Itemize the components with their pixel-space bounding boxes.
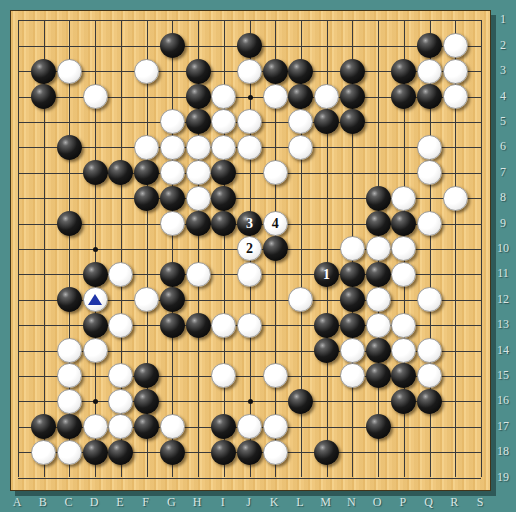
go-board[interactable]: 3421 [10, 10, 491, 491]
white-stone-R8 [443, 186, 468, 211]
black-stone-O9 [366, 211, 391, 236]
white-stone-J17 [237, 414, 262, 439]
column-label-F: F [136, 495, 156, 510]
black-stone-I8 [211, 186, 236, 211]
white-stone-F6 [134, 135, 159, 160]
black-stone-P16 [391, 389, 416, 414]
white-stone-I13 [211, 313, 236, 338]
white-stone-K15 [263, 363, 288, 388]
black-stone-C9 [57, 211, 82, 236]
white-stone-C18 [57, 440, 82, 465]
black-stone-C6 [57, 135, 82, 160]
black-stone-N5 [340, 109, 365, 134]
column-label-I: I [213, 495, 233, 510]
row-label-19: 19 [492, 470, 514, 485]
white-stone-J10-move-2: 2 [237, 236, 262, 261]
black-stone-K10 [263, 236, 288, 261]
black-stone-O11 [366, 262, 391, 287]
black-stone-I18 [211, 440, 236, 465]
white-stone-L5 [288, 109, 313, 134]
white-stone-P14 [391, 338, 416, 363]
black-stone-H3 [186, 59, 211, 84]
white-stone-O13 [366, 313, 391, 338]
white-stone-I5 [211, 109, 236, 134]
white-stone-J3 [237, 59, 262, 84]
black-stone-J18 [237, 440, 262, 465]
row-label-1: 1 [492, 12, 514, 27]
white-stone-F12 [134, 287, 159, 312]
black-stone-M14 [314, 338, 339, 363]
white-stone-C3 [57, 59, 82, 84]
black-stone-L16 [288, 389, 313, 414]
white-stone-M4 [314, 84, 339, 109]
white-stone-Q6 [417, 135, 442, 160]
black-stone-N13 [340, 313, 365, 338]
row-label-11: 11 [492, 266, 514, 281]
black-stone-P3 [391, 59, 416, 84]
black-stone-G18 [160, 440, 185, 465]
white-stone-L12 [288, 287, 313, 312]
black-stone-E7 [108, 160, 133, 185]
black-stone-Q16 [417, 389, 442, 414]
white-stone-K7 [263, 160, 288, 185]
white-stone-H11 [186, 262, 211, 287]
white-stone-C16 [57, 389, 82, 414]
column-label-R: R [444, 495, 464, 510]
black-stone-G11 [160, 262, 185, 287]
white-stone-D14 [83, 338, 108, 363]
black-stone-I17 [211, 414, 236, 439]
white-stone-E11 [108, 262, 133, 287]
white-stone-K17 [263, 414, 288, 439]
black-stone-F8 [134, 186, 159, 211]
white-stone-P10 [391, 236, 416, 261]
row-label-5: 5 [492, 114, 514, 129]
white-stone-R4 [443, 84, 468, 109]
column-label-P: P [393, 495, 413, 510]
black-stone-O8 [366, 186, 391, 211]
column-label-S: S [470, 495, 490, 510]
black-stone-E18 [108, 440, 133, 465]
black-stone-D11 [83, 262, 108, 287]
black-stone-M13 [314, 313, 339, 338]
row-label-8: 8 [492, 190, 514, 205]
column-label-J: J [239, 495, 259, 510]
column-label-E: E [110, 495, 130, 510]
white-stone-K4 [263, 84, 288, 109]
black-stone-H5 [186, 109, 211, 134]
white-stone-Q7 [417, 160, 442, 185]
white-stone-H7 [186, 160, 211, 185]
column-label-A: A [7, 495, 27, 510]
black-stone-Q2 [417, 33, 442, 58]
column-label-K: K [264, 495, 284, 510]
black-stone-L3 [288, 59, 313, 84]
black-stone-M5 [314, 109, 339, 134]
white-stone-R3 [443, 59, 468, 84]
black-stone-C12 [57, 287, 82, 312]
star-point [248, 399, 253, 404]
black-stone-D18 [83, 440, 108, 465]
white-stone-N15 [340, 363, 365, 388]
grid-line-vertical [481, 20, 482, 477]
black-stone-G2 [160, 33, 185, 58]
row-label-16: 16 [492, 393, 514, 408]
go-board-app: { "game": "go", "board": { "size": 19, "… [0, 0, 516, 512]
white-stone-E16 [108, 389, 133, 414]
star-point [93, 247, 98, 252]
white-stone-P11 [391, 262, 416, 287]
black-stone-L4 [288, 84, 313, 109]
black-stone-F16 [134, 389, 159, 414]
row-label-6: 6 [492, 139, 514, 154]
black-stone-I9 [211, 211, 236, 236]
white-stone-I4 [211, 84, 236, 109]
black-stone-Q4 [417, 84, 442, 109]
black-stone-B17 [31, 414, 56, 439]
black-stone-N3 [340, 59, 365, 84]
black-stone-B3 [31, 59, 56, 84]
white-stone-R2 [443, 33, 468, 58]
white-stone-C15 [57, 363, 82, 388]
black-stone-K3 [263, 59, 288, 84]
black-stone-F15 [134, 363, 159, 388]
black-stone-P4 [391, 84, 416, 109]
white-stone-Q3 [417, 59, 442, 84]
white-stone-H8 [186, 186, 211, 211]
star-point [248, 95, 253, 100]
black-stone-P9 [391, 211, 416, 236]
row-label-2: 2 [492, 38, 514, 53]
black-stone-G13 [160, 313, 185, 338]
white-stone-D12-triangle-marked [83, 287, 108, 312]
white-stone-P13 [391, 313, 416, 338]
white-stone-E13 [108, 313, 133, 338]
white-stone-L6 [288, 135, 313, 160]
black-stone-D7 [83, 160, 108, 185]
row-label-13: 13 [492, 317, 514, 332]
row-label-14: 14 [492, 343, 514, 358]
black-stone-G12 [160, 287, 185, 312]
column-label-C: C [58, 495, 78, 510]
white-stone-O12 [366, 287, 391, 312]
black-stone-M11-move-1: 1 [314, 262, 339, 287]
column-label-M: M [316, 495, 336, 510]
black-stone-G8 [160, 186, 185, 211]
black-stone-H9 [186, 211, 211, 236]
white-stone-D4 [83, 84, 108, 109]
row-label-15: 15 [492, 368, 514, 383]
row-label-9: 9 [492, 216, 514, 231]
white-stone-Q9 [417, 211, 442, 236]
white-stone-E17 [108, 414, 133, 439]
white-stone-O10 [366, 236, 391, 261]
white-stone-P8 [391, 186, 416, 211]
grid-line-horizontal [18, 478, 481, 479]
black-stone-J9-move-3: 3 [237, 211, 262, 236]
white-stone-K9-move-4: 4 [263, 211, 288, 236]
white-stone-G6 [160, 135, 185, 160]
column-label-B: B [33, 495, 53, 510]
column-label-O: O [367, 495, 387, 510]
white-stone-J13 [237, 313, 262, 338]
white-stone-J5 [237, 109, 262, 134]
white-stone-B18 [31, 440, 56, 465]
black-stone-D13 [83, 313, 108, 338]
white-stone-H6 [186, 135, 211, 160]
black-stone-F7 [134, 160, 159, 185]
black-stone-N11 [340, 262, 365, 287]
black-stone-F17 [134, 414, 159, 439]
column-label-N: N [341, 495, 361, 510]
black-stone-J2 [237, 33, 262, 58]
black-stone-I7 [211, 160, 236, 185]
column-label-Q: Q [419, 495, 439, 510]
column-label-H: H [187, 495, 207, 510]
column-label-D: D [84, 495, 104, 510]
white-stone-I6 [211, 135, 236, 160]
white-stone-F3 [134, 59, 159, 84]
white-stone-C14 [57, 338, 82, 363]
black-stone-N12 [340, 287, 365, 312]
white-stone-Q12 [417, 287, 442, 312]
white-stone-G9 [160, 211, 185, 236]
triangle-marker-icon [88, 294, 102, 305]
black-stone-H4 [186, 84, 211, 109]
black-stone-B4 [31, 84, 56, 109]
black-stone-M18 [314, 440, 339, 465]
white-stone-Q14 [417, 338, 442, 363]
black-stone-N4 [340, 84, 365, 109]
white-stone-Q15 [417, 363, 442, 388]
white-stone-N14 [340, 338, 365, 363]
row-label-18: 18 [492, 444, 514, 459]
black-stone-O17 [366, 414, 391, 439]
white-stone-I15 [211, 363, 236, 388]
row-label-3: 3 [492, 63, 514, 78]
white-stone-D17 [83, 414, 108, 439]
row-label-17: 17 [492, 419, 514, 434]
black-stone-O14 [366, 338, 391, 363]
black-stone-H13 [186, 313, 211, 338]
white-stone-J11 [237, 262, 262, 287]
black-stone-O15 [366, 363, 391, 388]
column-label-L: L [290, 495, 310, 510]
black-stone-C17 [57, 414, 82, 439]
white-stone-G5 [160, 109, 185, 134]
white-stone-G17 [160, 414, 185, 439]
white-stone-J6 [237, 135, 262, 160]
row-label-10: 10 [492, 241, 514, 256]
white-stone-E15 [108, 363, 133, 388]
row-label-12: 12 [492, 292, 514, 307]
row-label-7: 7 [492, 165, 514, 180]
white-stone-G7 [160, 160, 185, 185]
white-stone-N10 [340, 236, 365, 261]
row-label-4: 4 [492, 89, 514, 104]
column-label-G: G [161, 495, 181, 510]
white-stone-K18 [263, 440, 288, 465]
star-point [93, 399, 98, 404]
black-stone-P15 [391, 363, 416, 388]
